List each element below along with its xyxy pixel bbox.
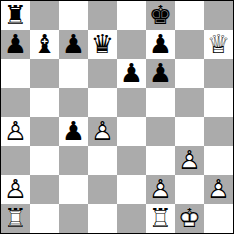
black-piece-glyph: ♟ [59,30,88,59]
square-a8[interactable]: ♜ [1,1,30,30]
square-h2[interactable]: ♟♙ [204,175,233,204]
square-b3[interactable] [30,146,59,175]
square-f1[interactable]: ♜♖ [146,204,175,233]
square-d2[interactable] [88,175,117,204]
square-c6[interactable] [59,59,88,88]
square-d4[interactable]: ♟♙ [88,117,117,146]
square-b7[interactable]: ♝ [30,30,59,59]
chess-board: ♜♚♟♝♟♛♟♛♕♟♟♟♙♟♟♙♟♙♟♙♟♙♟♙♜♖♜♖♚♔ [0,0,234,234]
square-h6[interactable] [204,59,233,88]
piece-white-queen-icon: ♛♕ [204,30,233,59]
square-c1[interactable] [59,204,88,233]
square-d6[interactable] [88,59,117,88]
piece-black-pawn-icon: ♟ [146,30,175,59]
square-b1[interactable] [30,204,59,233]
square-d5[interactable] [88,88,117,117]
black-piece-glyph: ♝ [30,30,59,59]
black-piece-glyph: ♛ [88,30,117,59]
piece-white-pawn-icon: ♟♙ [1,117,30,146]
square-f3[interactable] [146,146,175,175]
square-c8[interactable] [59,1,88,30]
square-a6[interactable] [1,59,30,88]
square-c4[interactable]: ♟ [59,117,88,146]
square-d1[interactable] [88,204,117,233]
white-piece-outline: ♖ [1,204,30,233]
black-piece-glyph: ♚ [146,1,175,30]
square-a5[interactable] [1,88,30,117]
square-g1[interactable]: ♚♔ [175,204,204,233]
white-piece-outline: ♙ [88,117,117,146]
square-e3[interactable] [117,146,146,175]
square-e5[interactable] [117,88,146,117]
square-a7[interactable]: ♟ [1,30,30,59]
piece-white-pawn-icon: ♟♙ [146,175,175,204]
square-g4[interactable] [175,117,204,146]
square-a4[interactable]: ♟♙ [1,117,30,146]
piece-black-pawn-icon: ♟ [146,59,175,88]
black-piece-glyph: ♟ [146,59,175,88]
white-piece-outline: ♙ [146,175,175,204]
square-h3[interactable] [204,146,233,175]
square-f6[interactable]: ♟ [146,59,175,88]
piece-white-pawn-icon: ♟♙ [1,175,30,204]
square-b5[interactable] [30,88,59,117]
square-e8[interactable] [117,1,146,30]
square-h1[interactable] [204,204,233,233]
piece-black-pawn-icon: ♟ [59,30,88,59]
square-d8[interactable] [88,1,117,30]
square-b4[interactable] [30,117,59,146]
square-h4[interactable] [204,117,233,146]
square-c3[interactable] [59,146,88,175]
piece-white-pawn-icon: ♟♙ [175,146,204,175]
square-c2[interactable] [59,175,88,204]
square-h7[interactable]: ♛♕ [204,30,233,59]
piece-black-rook-icon: ♜ [1,1,30,30]
square-b2[interactable] [30,175,59,204]
square-f5[interactable] [146,88,175,117]
square-f7[interactable]: ♟ [146,30,175,59]
white-piece-outline: ♔ [175,204,204,233]
white-piece-outline: ♙ [1,175,30,204]
square-d3[interactable] [88,146,117,175]
piece-black-pawn-icon: ♟ [117,59,146,88]
white-piece-outline: ♕ [204,30,233,59]
square-f4[interactable] [146,117,175,146]
square-f8[interactable]: ♚ [146,1,175,30]
piece-white-pawn-icon: ♟♙ [204,175,233,204]
square-h5[interactable] [204,88,233,117]
black-piece-glyph: ♟ [59,117,88,146]
square-e2[interactable] [117,175,146,204]
square-e4[interactable] [117,117,146,146]
square-c7[interactable]: ♟ [59,30,88,59]
piece-black-bishop-icon: ♝ [30,30,59,59]
square-g8[interactable] [175,1,204,30]
white-piece-outline: ♙ [1,117,30,146]
square-b8[interactable] [30,1,59,30]
piece-black-pawn-icon: ♟ [59,117,88,146]
square-f2[interactable]: ♟♙ [146,175,175,204]
piece-white-pawn-icon: ♟♙ [88,117,117,146]
piece-white-king-icon: ♚♔ [175,204,204,233]
black-piece-glyph: ♟ [146,30,175,59]
square-h8[interactable] [204,1,233,30]
white-piece-outline: ♖ [146,204,175,233]
black-piece-glyph: ♟ [117,59,146,88]
square-e1[interactable] [117,204,146,233]
square-g5[interactable] [175,88,204,117]
square-e6[interactable]: ♟ [117,59,146,88]
white-piece-outline: ♙ [175,146,204,175]
square-a2[interactable]: ♟♙ [1,175,30,204]
square-g3[interactable]: ♟♙ [175,146,204,175]
square-a3[interactable] [1,146,30,175]
square-b6[interactable] [30,59,59,88]
black-piece-glyph: ♟ [1,30,30,59]
square-d7[interactable]: ♛ [88,30,117,59]
square-g6[interactable] [175,59,204,88]
square-g7[interactable] [175,30,204,59]
square-g2[interactable] [175,175,204,204]
square-e7[interactable] [117,30,146,59]
piece-white-rook-icon: ♜♖ [146,204,175,233]
piece-black-king-icon: ♚ [146,1,175,30]
piece-black-queen-icon: ♛ [88,30,117,59]
square-a1[interactable]: ♜♖ [1,204,30,233]
black-piece-glyph: ♜ [1,1,30,30]
piece-black-pawn-icon: ♟ [1,30,30,59]
piece-white-rook-icon: ♜♖ [1,204,30,233]
square-c5[interactable] [59,88,88,117]
white-piece-outline: ♙ [204,175,233,204]
